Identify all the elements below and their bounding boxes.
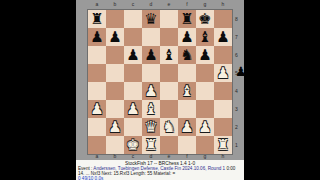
square-f7: ♟ (178, 28, 196, 46)
square-f4: ♝ (178, 82, 196, 100)
square-g4 (196, 82, 214, 100)
white-pawn: ♟ (178, 118, 196, 136)
event-label: Event : (78, 166, 92, 171)
square-g7: ♝ (196, 28, 214, 46)
rank-label-3: 3 (233, 100, 240, 118)
square-d1: ♜ (142, 136, 160, 154)
white-rook: ♜ (142, 136, 160, 154)
square-b5 (106, 64, 124, 82)
black-pawn: ♟ (214, 28, 232, 46)
file-label-b: b (106, 1, 124, 8)
square-g3 (196, 100, 214, 118)
white-pawn: ♟ (106, 118, 124, 136)
rank-labels-right: 87654321 (233, 10, 240, 154)
file-label-e: e (160, 1, 178, 8)
square-b8 (106, 10, 124, 28)
event-value: Anderssen, Tuebingen Defense, Castle Fin… (93, 166, 225, 171)
black-bishop: ♝ (196, 28, 214, 46)
square-d3: ♝ (142, 100, 160, 118)
square-b3 (106, 100, 124, 118)
white-knight: ♞ (160, 118, 178, 136)
square-d2: ♛ (142, 118, 160, 136)
square-g6: ♟ (196, 46, 214, 64)
square-f2: ♟ (178, 118, 196, 136)
square-e1 (160, 136, 178, 154)
square-a6 (88, 46, 106, 64)
square-e5 (160, 64, 178, 82)
square-e3 (160, 100, 178, 118)
square-e7 (160, 28, 178, 46)
white-pawn: ♟ (142, 82, 160, 100)
square-e8 (160, 10, 178, 28)
board-frame: abcdefgh ♜♛♜♚♟♟♟♝♟♟♟♝♞♟♟♟♝♟♟♝♟♛♞♟♟♚♜♜ 87… (76, 0, 244, 160)
engine-output-line: 0 49/10 0.0s (76, 176, 244, 180)
square-c7 (124, 28, 142, 46)
square-f8: ♜ (178, 10, 196, 28)
file-label-a: a (88, 153, 106, 160)
rank-label-7: 7 (233, 28, 240, 46)
white-bishop: ♝ (142, 100, 160, 118)
file-label-a: a (88, 1, 106, 8)
square-a8: ♜ (88, 10, 106, 28)
square-d4: ♟ (142, 82, 160, 100)
black-rook: ♜ (178, 10, 196, 28)
black-pawn: ♟ (142, 46, 160, 64)
square-g1 (196, 136, 214, 154)
white-pawn: ♟ (214, 64, 232, 82)
black-knight: ♞ (178, 46, 196, 64)
square-a2 (88, 118, 106, 136)
square-d8: ♛ (142, 10, 160, 28)
square-c3: ♟ (124, 100, 142, 118)
black-rook: ♜ (88, 10, 106, 28)
square-f1 (178, 136, 196, 154)
white-rook: ♜ (214, 136, 232, 154)
square-h3 (214, 100, 232, 118)
file-label-c: c (124, 153, 142, 160)
black-pawn: ♟ (196, 46, 214, 64)
square-e4 (160, 82, 178, 100)
black-queen: ♛ (142, 10, 160, 28)
square-f6: ♞ (178, 46, 196, 64)
square-b4 (106, 82, 124, 100)
side-to-move-black-pawn-icon: ♟ (235, 63, 247, 81)
file-label-d: d (142, 153, 160, 160)
white-pawn: ♟ (124, 100, 142, 118)
chess-board: ♜♛♜♚♟♟♟♝♟♟♟♝♞♟♟♟♝♟♟♝♟♛♞♟♟♚♜♜ (88, 10, 232, 154)
white-queen: ♛ (142, 118, 160, 136)
square-h5: ♟ (214, 64, 232, 82)
black-pawn: ♟ (178, 28, 196, 46)
square-c4 (124, 82, 142, 100)
event-line: Event : Anderssen, Tuebingen Defense, Ca… (76, 166, 244, 171)
square-c8 (124, 10, 142, 28)
file-label-g: g (196, 1, 214, 8)
white-pawn: ♟ (88, 100, 106, 118)
square-b2: ♟ (106, 118, 124, 136)
square-c5 (124, 64, 142, 82)
white-king: ♚ (124, 136, 142, 154)
square-d6: ♟ (142, 46, 160, 64)
black-pawn: ♟ (88, 28, 106, 46)
square-d5 (142, 64, 160, 82)
square-h8 (214, 10, 232, 28)
rank-label-1: 1 (233, 136, 240, 154)
info-panel: StockFish 17 -- BRChess 1.4 1-0 Event : … (76, 160, 244, 180)
file-label-f: f (178, 1, 196, 8)
square-f5 (178, 64, 196, 82)
square-a4 (88, 82, 106, 100)
file-label-g: g (196, 153, 214, 160)
square-g8: ♚ (196, 10, 214, 28)
square-e2: ♞ (160, 118, 178, 136)
black-pawn: ♟ (124, 46, 142, 64)
square-g2: ♟ (196, 118, 214, 136)
square-h1: ♜ (214, 136, 232, 154)
event-time: 0:00 (226, 166, 235, 171)
file-labels-top: abcdefgh (88, 1, 232, 8)
square-c2 (124, 118, 142, 136)
file-label-h: h (214, 1, 232, 8)
square-a5 (88, 64, 106, 82)
square-g5 (196, 64, 214, 82)
file-label-c: c (124, 1, 142, 8)
file-label-h: h (214, 153, 232, 160)
black-bishop: ♝ (160, 46, 178, 64)
square-b7: ♟ (106, 28, 124, 46)
square-f3 (178, 100, 196, 118)
square-a3: ♟ (88, 100, 106, 118)
square-h4 (214, 82, 232, 100)
rank-label-8: 8 (233, 10, 240, 28)
white-pawn: ♟ (196, 118, 214, 136)
white-bishop: ♝ (178, 82, 196, 100)
square-d7 (142, 28, 160, 46)
square-c1: ♚ (124, 136, 142, 154)
black-king: ♚ (196, 10, 214, 28)
square-b6 (106, 46, 124, 64)
file-label-b: b (106, 153, 124, 160)
square-b1 (106, 136, 124, 154)
rank-label-2: 2 (233, 118, 240, 136)
rank-label-4: 4 (233, 82, 240, 100)
file-label-f: f (178, 153, 196, 160)
rank-label-6: 6 (233, 46, 240, 64)
square-e6: ♝ (160, 46, 178, 64)
file-label-d: d (142, 1, 160, 8)
file-label-e: e (160, 153, 178, 160)
square-a1 (88, 136, 106, 154)
square-h7: ♟ (214, 28, 232, 46)
square-c6: ♟ (124, 46, 142, 64)
square-h6 (214, 46, 232, 64)
square-a7: ♟ (88, 28, 106, 46)
square-h2 (214, 118, 232, 136)
video-frame[interactable]: abcdefgh ♜♛♜♚♟♟♟♝♟♟♟♝♞♟♟♟♝♟♟♝♟♛♞♟♟♚♜♜ 87… (0, 0, 320, 180)
file-labels-bottom: abcdefgh (88, 153, 232, 160)
black-pawn: ♟ (106, 28, 124, 46)
